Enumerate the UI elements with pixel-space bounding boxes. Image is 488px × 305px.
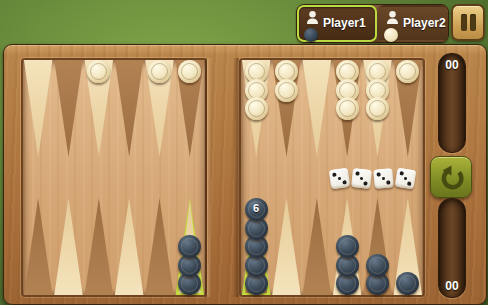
point-top-1[interactable]: [23, 60, 53, 157]
point-top-2[interactable]: [53, 60, 83, 157]
player2-badge: Player2: [377, 5, 448, 42]
undo-icon: [438, 164, 466, 192]
bear-off-tray-bottom: 00: [438, 198, 466, 298]
die-3: [373, 168, 394, 189]
white-checker[interactable]: [366, 97, 389, 120]
point-bottom-8[interactable]: [271, 198, 301, 295]
white-checker[interactable]: [148, 60, 171, 83]
white-checker[interactable]: [275, 79, 298, 102]
point-bottom-1[interactable]: [23, 198, 53, 295]
player1-name: Player1: [323, 16, 366, 30]
point-bottom-4[interactable]: [114, 198, 144, 295]
backgammon-board: 6 00 00: [3, 44, 487, 305]
point-top-9[interactable]: [302, 60, 332, 157]
bear-off-count-bottom: 00: [439, 279, 465, 293]
player2-name: Player2: [403, 16, 446, 30]
pause-icon: [461, 14, 467, 31]
player1-badge-active: Player1: [297, 5, 377, 42]
bear-off-tray-top: 00: [438, 53, 466, 153]
board-bar: [205, 58, 239, 297]
undo-button[interactable]: [430, 156, 472, 198]
die-3: [351, 168, 372, 189]
player1-checker-color: [304, 28, 318, 42]
pause-button[interactable]: [451, 4, 485, 41]
point-bottom-5[interactable]: [144, 198, 174, 295]
black-checker[interactable]: [366, 254, 389, 277]
die-3: [395, 168, 417, 190]
stack-count-badge: 6: [245, 202, 268, 214]
player2-checker-color: [384, 28, 398, 42]
player2-icon: [386, 10, 399, 29]
white-checker[interactable]: [336, 97, 359, 120]
point-bottom-9[interactable]: [302, 198, 332, 295]
player1-icon: [306, 10, 319, 29]
board-left-half: [21, 58, 207, 297]
black-checker[interactable]: 6: [245, 198, 268, 221]
white-checker[interactable]: [245, 97, 268, 120]
black-checker[interactable]: [336, 235, 359, 258]
player-badges: Player1 Player2: [296, 4, 449, 43]
point-top-4[interactable]: [114, 60, 144, 157]
game-screen: Player1 Player2 6 00: [0, 0, 488, 305]
die-3: [329, 168, 350, 189]
point-bottom-3[interactable]: [84, 198, 114, 295]
point-bottom-2[interactable]: [53, 198, 83, 295]
bear-off-count-top: 00: [439, 58, 465, 72]
